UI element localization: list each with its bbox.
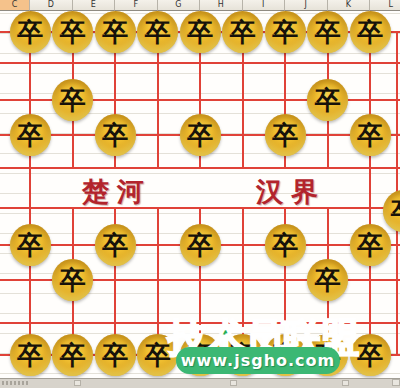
board-file-line [29, 31, 31, 356]
column-header-d[interactable]: D [30, 0, 73, 11]
column-header-i[interactable]: I [243, 0, 286, 11]
xiangqi-piece[interactable]: 卒 [95, 334, 136, 376]
xiangqi-piece[interactable]: 卒 [52, 334, 93, 376]
column-header-h[interactable]: H [200, 0, 243, 11]
spreadsheet-gridline [0, 193, 400, 194]
xiangqi-piece[interactable]: 卒 [180, 114, 221, 156]
xiangqi-piece[interactable]: 卒 [52, 259, 93, 301]
status-bar-box [342, 380, 349, 386]
column-header-c[interactable]: C [0, 0, 30, 11]
column-header-e[interactable]: E [73, 0, 116, 11]
status-bar-box [230, 380, 237, 386]
column-header-row: CDEFGHIJKL [0, 0, 400, 11]
column-header-k[interactable]: K [328, 0, 371, 11]
xiangqi-piece[interactable]: 卒 [180, 11, 221, 53]
status-bar-box [74, 380, 81, 386]
xiangqi-piece[interactable]: 卒 [350, 11, 391, 53]
column-header-l[interactable]: L [370, 0, 400, 11]
xiangqi-piece[interactable]: 卒 [10, 334, 51, 376]
xiangqi-piece[interactable]: 卒 [10, 114, 51, 156]
column-header-f[interactable]: F [115, 0, 158, 11]
status-bar [0, 378, 400, 388]
xiangqi-piece[interactable]: 卒 [10, 11, 51, 53]
xiangqi-piece[interactable]: 卒 [52, 79, 93, 121]
xiangqi-piece[interactable]: 卒 [222, 11, 263, 53]
river-label-right: 汉界 [256, 174, 326, 210]
watermark-url-text: www.jsgho.com [181, 351, 335, 370]
board-file-line [369, 31, 371, 356]
xiangqi-piece[interactable]: 卒 [265, 11, 306, 53]
status-bar-box [392, 379, 400, 386]
status-bar-text-remnant [2, 381, 30, 385]
xiangqi-piece[interactable]: 卒 [95, 11, 136, 53]
xiangqi-piece-clipped[interactable]: 卒 [383, 190, 400, 232]
xiangqi-piece[interactable]: 卒 [307, 11, 348, 53]
xiangqi-piece[interactable]: 卒 [137, 11, 178, 53]
xiangqi-piece[interactable]: 卒 [265, 114, 306, 156]
xiangqi-piece[interactable]: 卒 [52, 11, 93, 53]
xiangqi-piece[interactable]: 卒 [350, 224, 391, 266]
board-stage: CDEFGHIJKL 楚河 汉界 技术员联盟 www.jsgho.com 卒卒卒… [0, 0, 400, 388]
river-label-left: 楚河 [82, 174, 152, 210]
spreadsheet-gridline [0, 173, 400, 174]
xiangqi-piece[interactable]: 卒 [95, 224, 136, 266]
xiangqi-piece[interactable]: 卒 [307, 259, 348, 301]
xiangqi-piece[interactable]: 卒 [307, 79, 348, 121]
watermark-url-badge: www.jsgho.com [176, 347, 340, 374]
column-header-j[interactable]: J [285, 0, 328, 11]
xiangqi-piece[interactable]: 卒 [95, 114, 136, 156]
xiangqi-piece[interactable]: 卒 [350, 114, 391, 156]
column-header-g[interactable]: G [158, 0, 201, 11]
xiangqi-piece[interactable]: 卒 [180, 224, 221, 266]
xiangqi-piece[interactable]: 卒 [265, 224, 306, 266]
xiangqi-piece[interactable]: 卒 [10, 224, 51, 266]
